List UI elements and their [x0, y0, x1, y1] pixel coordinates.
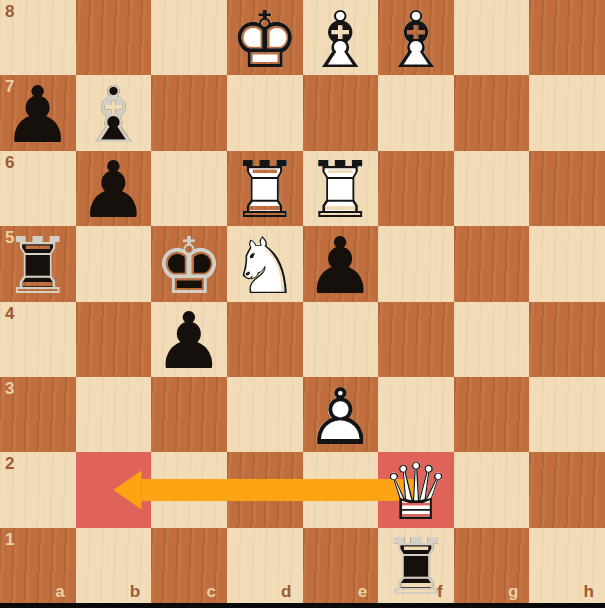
square-a4[interactable]	[0, 302, 76, 377]
square-h8[interactable]	[529, 0, 605, 75]
black-king-outline-icon: ♔	[154, 227, 224, 305]
square-f4[interactable]	[378, 302, 454, 377]
square-g7[interactable]	[454, 75, 530, 150]
square-a8[interactable]	[0, 0, 76, 75]
piece-white-knight-d5[interactable]: ♞♘	[227, 226, 303, 301]
square-a3[interactable]	[0, 377, 76, 452]
square-c3[interactable]	[151, 377, 227, 452]
square-b8[interactable]	[76, 0, 152, 75]
black-pawn-icon: ♟	[154, 303, 224, 381]
square-c8[interactable]	[151, 0, 227, 75]
square-e1[interactable]	[303, 528, 379, 603]
square-g1[interactable]	[454, 528, 530, 603]
square-e4[interactable]	[303, 302, 379, 377]
black-rook-outline-icon: ♖	[381, 529, 451, 607]
square-d4[interactable]	[227, 302, 303, 377]
black-pawn-icon: ♟	[3, 76, 73, 154]
square-a1[interactable]	[0, 528, 76, 603]
black-pawn-icon: ♟	[78, 152, 148, 230]
piece-black-bishop-b7[interactable]: ♝♗	[76, 75, 152, 150]
white-king-outline-icon: ♔	[230, 1, 300, 79]
square-b1[interactable]	[76, 528, 152, 603]
square-a6[interactable]	[0, 151, 76, 226]
black-rook-outline-icon: ♖	[3, 227, 73, 305]
piece-white-rook-e6[interactable]: ♜♖	[303, 151, 379, 226]
square-f5[interactable]	[378, 226, 454, 301]
black-bishop-outline-icon: ♗	[78, 76, 148, 154]
white-pawn-outline-icon: ♙	[305, 378, 375, 456]
white-rook-outline-icon: ♖	[230, 152, 300, 230]
square-g4[interactable]	[454, 302, 530, 377]
square-h7[interactable]	[529, 75, 605, 150]
piece-black-pawn-c4[interactable]: ♟	[151, 302, 227, 377]
piece-white-bishop-f8[interactable]: ♝♗	[378, 0, 454, 75]
square-h6[interactable]	[529, 151, 605, 226]
white-knight-outline-icon: ♘	[230, 227, 300, 305]
square-c7[interactable]	[151, 75, 227, 150]
square-d1[interactable]	[227, 528, 303, 603]
square-h4[interactable]	[529, 302, 605, 377]
piece-white-king-d8[interactable]: ♚♔	[227, 0, 303, 75]
white-rook-outline-icon: ♖	[305, 152, 375, 230]
piece-white-pawn-e3[interactable]: ♟♙	[303, 377, 379, 452]
piece-white-bishop-e8[interactable]: ♝♗	[303, 0, 379, 75]
square-c6[interactable]	[151, 151, 227, 226]
square-e7[interactable]	[303, 75, 379, 150]
square-g3[interactable]	[454, 377, 530, 452]
square-h5[interactable]	[529, 226, 605, 301]
square-h1[interactable]	[529, 528, 605, 603]
square-d2[interactable]	[227, 452, 303, 527]
bottom-strip	[0, 603, 605, 608]
square-b3[interactable]	[76, 377, 152, 452]
square-g2[interactable]	[454, 452, 530, 527]
square-f7[interactable]	[378, 75, 454, 150]
piece-black-pawn-a7[interactable]: ♟	[0, 75, 76, 150]
square-d7[interactable]	[227, 75, 303, 150]
square-g8[interactable]	[454, 0, 530, 75]
piece-white-rook-d6[interactable]: ♜♖	[227, 151, 303, 226]
white-bishop-outline-icon: ♗	[381, 1, 451, 79]
piece-white-queen-f2[interactable]: ♛♕	[378, 452, 454, 527]
square-g6[interactable]	[454, 151, 530, 226]
piece-black-pawn-e5[interactable]: ♟	[303, 226, 379, 301]
piece-black-rook-a5[interactable]: ♜♖	[0, 226, 76, 301]
square-g5[interactable]	[454, 226, 530, 301]
square-b2[interactable]	[76, 452, 152, 527]
white-bishop-outline-icon: ♗	[305, 1, 375, 79]
square-a2[interactable]	[0, 452, 76, 527]
square-c2[interactable]	[151, 452, 227, 527]
square-e2[interactable]	[303, 452, 379, 527]
square-c1[interactable]	[151, 528, 227, 603]
square-b4[interactable]	[76, 302, 152, 377]
square-h3[interactable]	[529, 377, 605, 452]
chess-app: ♚♔♝♗♝♗♟♝♗♟♜♖♜♖♜♖♚♔♞♘♟♟♟♙♛♕♜♖ 87654321abc…	[0, 0, 605, 608]
white-queen-outline-icon: ♕	[381, 453, 451, 531]
square-f6[interactable]	[378, 151, 454, 226]
square-f3[interactable]	[378, 377, 454, 452]
piece-black-pawn-b6[interactable]: ♟	[76, 151, 152, 226]
piece-black-rook-f1[interactable]: ♜♖	[378, 528, 454, 603]
square-d3[interactable]	[227, 377, 303, 452]
square-b5[interactable]	[76, 226, 152, 301]
black-pawn-icon: ♟	[305, 227, 375, 305]
piece-black-king-c5[interactable]: ♚♔	[151, 226, 227, 301]
chess-board: ♚♔♝♗♝♗♟♝♗♟♜♖♜♖♜♖♚♔♞♘♟♟♟♙♛♕♜♖ 87654321abc…	[0, 0, 605, 603]
square-h2[interactable]	[529, 452, 605, 527]
